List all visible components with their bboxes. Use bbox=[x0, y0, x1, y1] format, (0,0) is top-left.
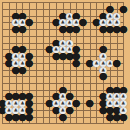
stone-glyph: ● bbox=[72, 26, 80, 33]
go-board[interactable]: ●●●●●●▲●●●▲●▲●▲●▲●●●▲●▲●▲●●●▲●▲●▲●●●●●●●… bbox=[0, 0, 130, 130]
black-stone: ● bbox=[66, 106, 73, 113]
triangle-mark-icon: ▲ bbox=[108, 60, 111, 65]
black-stone: ● bbox=[26, 59, 33, 66]
black-stone: ● bbox=[26, 19, 33, 26]
stone-glyph: ● bbox=[112, 59, 120, 66]
black-stone: ● bbox=[59, 113, 66, 120]
black-stone: ● bbox=[73, 100, 80, 107]
stone-glyph: ● bbox=[86, 100, 94, 107]
black-stone: ● bbox=[26, 113, 33, 120]
black-stone: ● bbox=[120, 6, 127, 13]
stone-glyph: ● bbox=[25, 113, 33, 120]
stone-glyph: ● bbox=[119, 113, 127, 120]
stone-glyph: ● bbox=[72, 59, 80, 66]
stone-glyph: ● bbox=[99, 73, 107, 80]
stone-glyph: ● bbox=[18, 66, 26, 73]
grid-line-horizontal bbox=[2, 123, 124, 124]
black-stone: ● bbox=[73, 26, 80, 33]
black-stone: ● bbox=[19, 66, 26, 73]
triangle-mark-icon: ▲ bbox=[95, 60, 98, 65]
stone-glyph: ● bbox=[119, 26, 127, 33]
black-stone: ● bbox=[80, 19, 87, 26]
stone-glyph: ● bbox=[59, 113, 67, 120]
black-stone: ● bbox=[120, 113, 127, 120]
black-stone: ● bbox=[120, 26, 127, 33]
black-stone: ● bbox=[100, 73, 107, 80]
black-stone: ● bbox=[73, 59, 80, 66]
black-stone: ● bbox=[113, 59, 120, 66]
stone-glyph: ● bbox=[18, 26, 26, 33]
black-stone: ● bbox=[86, 100, 93, 107]
black-stone: ● bbox=[19, 26, 26, 33]
